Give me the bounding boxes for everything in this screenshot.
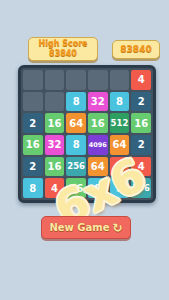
tile-2-r4c6[interactable]: 2: [131, 135, 151, 155]
current-score-badge: 83840: [112, 40, 160, 59]
game-screen: High Score 83840 83840 48328221664165121…: [0, 0, 169, 300]
game-board: 4832822166416512161632840966422162566444…: [18, 65, 156, 203]
current-score-value: 83840: [113, 44, 159, 55]
empty-cell-r1c1[interactable]: [23, 70, 43, 90]
tile-2-r2c6[interactable]: 2: [131, 92, 151, 112]
tile-16-r3c6[interactable]: 16: [131, 113, 151, 133]
tile-256-r5c3[interactable]: 256: [66, 157, 86, 177]
restart-icon: ↻: [112, 222, 122, 234]
tile-512-r3c5[interactable]: 512: [110, 113, 130, 133]
tile-8-r6c5[interactable]: 8: [110, 178, 130, 198]
tile-64-r3c3[interactable]: 64: [66, 113, 86, 133]
tile-8-r6c4[interactable]: 8: [88, 178, 108, 198]
empty-cell-r2c1[interactable]: [23, 92, 43, 112]
tile-32-r4c2[interactable]: 32: [45, 135, 65, 155]
tile-2-r5c1[interactable]: 2: [23, 157, 43, 177]
tile-16-r6c3[interactable]: 16: [66, 178, 86, 198]
tile-2-r3c1[interactable]: 2: [23, 113, 43, 133]
empty-cell-r1c5[interactable]: [110, 70, 130, 90]
tile-4-r5c6[interactable]: 4: [131, 157, 151, 177]
tile-16-r5c2[interactable]: 16: [45, 157, 65, 177]
tile-8-r6c1[interactable]: 8: [23, 178, 43, 198]
tile-4-r5c5[interactable]: 4: [110, 157, 130, 177]
tile-16-r3c2[interactable]: 16: [45, 113, 65, 133]
high-score-badge: High Score 83840: [28, 37, 98, 61]
empty-cell-r1c3[interactable]: [66, 70, 86, 90]
empty-cell-r2c2[interactable]: [45, 92, 65, 112]
tile-64-r5c4[interactable]: 64: [88, 157, 108, 177]
empty-cell-r1c4[interactable]: [88, 70, 108, 90]
tile-4-r6c2[interactable]: 4: [45, 178, 65, 198]
tile-256-r6c6[interactable]: 256: [131, 178, 151, 198]
empty-cell-r1c2[interactable]: [45, 70, 65, 90]
tile-4-r1c6[interactable]: 4: [131, 70, 151, 90]
high-score-value: 83840: [29, 49, 97, 59]
tile-32-r2c4[interactable]: 32: [88, 92, 108, 112]
tile-8-r2c5[interactable]: 8: [110, 92, 130, 112]
high-score-label: High Score: [29, 39, 97, 49]
new-game-label: New Game: [49, 222, 109, 233]
tile-4096-r4c4[interactable]: 4096: [88, 135, 108, 155]
tile-16-r3c4[interactable]: 16: [88, 113, 108, 133]
tile-8-r2c3[interactable]: 8: [66, 92, 86, 112]
new-game-button[interactable]: New Game ↻: [41, 216, 131, 239]
tile-8-r4c3[interactable]: 8: [66, 135, 86, 155]
tile-16-r4c1[interactable]: 16: [23, 135, 43, 155]
tile-64-r4c5[interactable]: 64: [110, 135, 130, 155]
